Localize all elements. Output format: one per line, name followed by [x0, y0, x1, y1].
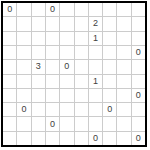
clue-digit: 0 — [136, 134, 141, 143]
cell-r8c1[interactable] — [3, 103, 16, 116]
cell-r8c6[interactable] — [75, 103, 88, 116]
cell-r9c8[interactable] — [103, 117, 116, 130]
cell-r9c9[interactable] — [117, 117, 130, 130]
cell-r5c3: 3 — [32, 60, 45, 73]
cell-r6c7: 1 — [89, 75, 102, 88]
cell-r6c2[interactable] — [17, 75, 30, 88]
cell-r6c9[interactable] — [117, 75, 130, 88]
cell-r7c3[interactable] — [32, 89, 45, 102]
cell-r1c5[interactable] — [60, 3, 73, 16]
cell-r1c1: 0 — [3, 3, 16, 16]
cell-r8c7[interactable] — [89, 103, 102, 116]
cell-r8c2: 0 — [17, 103, 30, 116]
cell-r1c7[interactable] — [89, 3, 102, 16]
cell-r5c2[interactable] — [17, 60, 30, 73]
cell-r2c3[interactable] — [32, 17, 45, 30]
cell-r3c5[interactable] — [60, 32, 73, 45]
cell-r10c1[interactable] — [3, 132, 16, 145]
cell-r2c4[interactable] — [46, 17, 59, 30]
cell-r3c4[interactable] — [46, 32, 59, 45]
clue-digit: 0 — [7, 5, 12, 14]
cell-r1c2[interactable] — [17, 3, 30, 16]
cell-r9c1[interactable] — [3, 117, 16, 130]
cell-r4c4[interactable] — [46, 46, 59, 59]
clue-digit: 0 — [136, 91, 141, 100]
cell-r6c6[interactable] — [75, 75, 88, 88]
cell-r2c2[interactable] — [17, 17, 30, 30]
cell-r7c7[interactable] — [89, 89, 102, 102]
cell-r8c9[interactable] — [117, 103, 130, 116]
cell-r4c1[interactable] — [3, 46, 16, 59]
cell-r4c3[interactable] — [32, 46, 45, 59]
cell-r9c6[interactable] — [75, 117, 88, 130]
cell-r9c7[interactable] — [89, 117, 102, 130]
cell-r4c7[interactable] — [89, 46, 102, 59]
cell-r10c10: 0 — [132, 132, 145, 145]
clue-digit: 0 — [50, 5, 55, 14]
cell-r3c6[interactable] — [75, 32, 88, 45]
cell-r5c10[interactable] — [132, 60, 145, 73]
cell-r6c8[interactable] — [103, 75, 116, 88]
cell-r6c5[interactable] — [60, 75, 73, 88]
cell-r10c7: 0 — [89, 132, 102, 145]
cell-r3c1[interactable] — [3, 32, 16, 45]
cell-r5c9[interactable] — [117, 60, 130, 73]
cell-r6c4[interactable] — [46, 75, 59, 88]
cell-r9c3[interactable] — [32, 117, 45, 130]
cell-r10c9[interactable] — [117, 132, 130, 145]
cell-r7c2[interactable] — [17, 89, 30, 102]
cell-r2c8[interactable] — [103, 17, 116, 30]
cell-r5c6[interactable] — [75, 60, 88, 73]
cell-r2c5[interactable] — [60, 17, 73, 30]
cell-r10c3[interactable] — [32, 132, 45, 145]
clue-digit: 3 — [36, 62, 41, 71]
cell-r10c4[interactable] — [46, 132, 59, 145]
cell-r3c10[interactable] — [132, 32, 145, 45]
cell-r1c8[interactable] — [103, 3, 116, 16]
cell-r8c8: 0 — [103, 103, 116, 116]
clue-digit: 0 — [21, 105, 26, 114]
cell-r4c10: 0 — [132, 46, 145, 59]
cell-r7c5[interactable] — [60, 89, 73, 102]
cell-r1c6[interactable] — [75, 3, 88, 16]
cell-r8c4[interactable] — [46, 103, 59, 116]
cell-r2c7: 2 — [89, 17, 102, 30]
clue-digit: 0 — [136, 48, 141, 57]
cell-r7c10: 0 — [132, 89, 145, 102]
cell-r4c6[interactable] — [75, 46, 88, 59]
cell-r7c1[interactable] — [3, 89, 16, 102]
cell-r2c6[interactable] — [75, 17, 88, 30]
cell-r8c10[interactable] — [132, 103, 145, 116]
clue-digit: 0 — [64, 62, 69, 71]
cell-r5c7[interactable] — [89, 60, 102, 73]
cell-r10c5[interactable] — [60, 132, 73, 145]
cell-r5c1[interactable] — [3, 60, 16, 73]
cell-r3c7: 1 — [89, 32, 102, 45]
cell-r9c5[interactable] — [60, 117, 73, 130]
cell-r4c2[interactable] — [17, 46, 30, 59]
cell-r10c2[interactable] — [17, 132, 30, 145]
cell-r4c8[interactable] — [103, 46, 116, 59]
cell-r9c4: 0 — [46, 117, 59, 130]
cell-r9c10[interactable] — [132, 117, 145, 130]
cell-r5c4[interactable] — [46, 60, 59, 73]
cell-r6c3[interactable] — [32, 75, 45, 88]
cell-r1c9[interactable] — [117, 3, 130, 16]
cell-r3c3[interactable] — [32, 32, 45, 45]
cell-r7c9[interactable] — [117, 89, 130, 102]
cell-r3c2[interactable] — [17, 32, 30, 45]
cell-r6c10[interactable] — [132, 75, 145, 88]
cell-r5c8[interactable] — [103, 60, 116, 73]
cell-r2c10[interactable] — [132, 17, 145, 30]
cell-r7c6[interactable] — [75, 89, 88, 102]
clue-digit: 0 — [107, 105, 112, 114]
puzzle-board: 00210301000000 — [1, 1, 147, 147]
clue-digit: 1 — [93, 77, 98, 86]
clue-digit: 0 — [50, 120, 55, 129]
cell-r1c3[interactable] — [32, 3, 45, 16]
cell-r7c4[interactable] — [46, 89, 59, 102]
cell-r3c8[interactable] — [103, 32, 116, 45]
cell-r8c3[interactable] — [32, 103, 45, 116]
cell-r8c5[interactable] — [60, 103, 73, 116]
clue-digit: 0 — [93, 134, 98, 143]
cell-r3c9[interactable] — [117, 32, 130, 45]
cell-r7c8[interactable] — [103, 89, 116, 102]
cell-r9c2[interactable] — [17, 117, 30, 130]
cell-r1c10[interactable] — [132, 3, 145, 16]
clue-digit: 2 — [93, 19, 98, 28]
cell-r6c1[interactable] — [3, 75, 16, 88]
clue-digit: 1 — [93, 34, 98, 43]
cell-r1c4: 0 — [46, 3, 59, 16]
cell-r4c9[interactable] — [117, 46, 130, 59]
cell-r2c1[interactable] — [3, 17, 16, 30]
cell-r4c5[interactable] — [60, 46, 73, 59]
cell-r10c8[interactable] — [103, 132, 116, 145]
cell-r5c5: 0 — [60, 60, 73, 73]
cell-r2c9[interactable] — [117, 17, 130, 30]
cell-r10c6[interactable] — [75, 132, 88, 145]
